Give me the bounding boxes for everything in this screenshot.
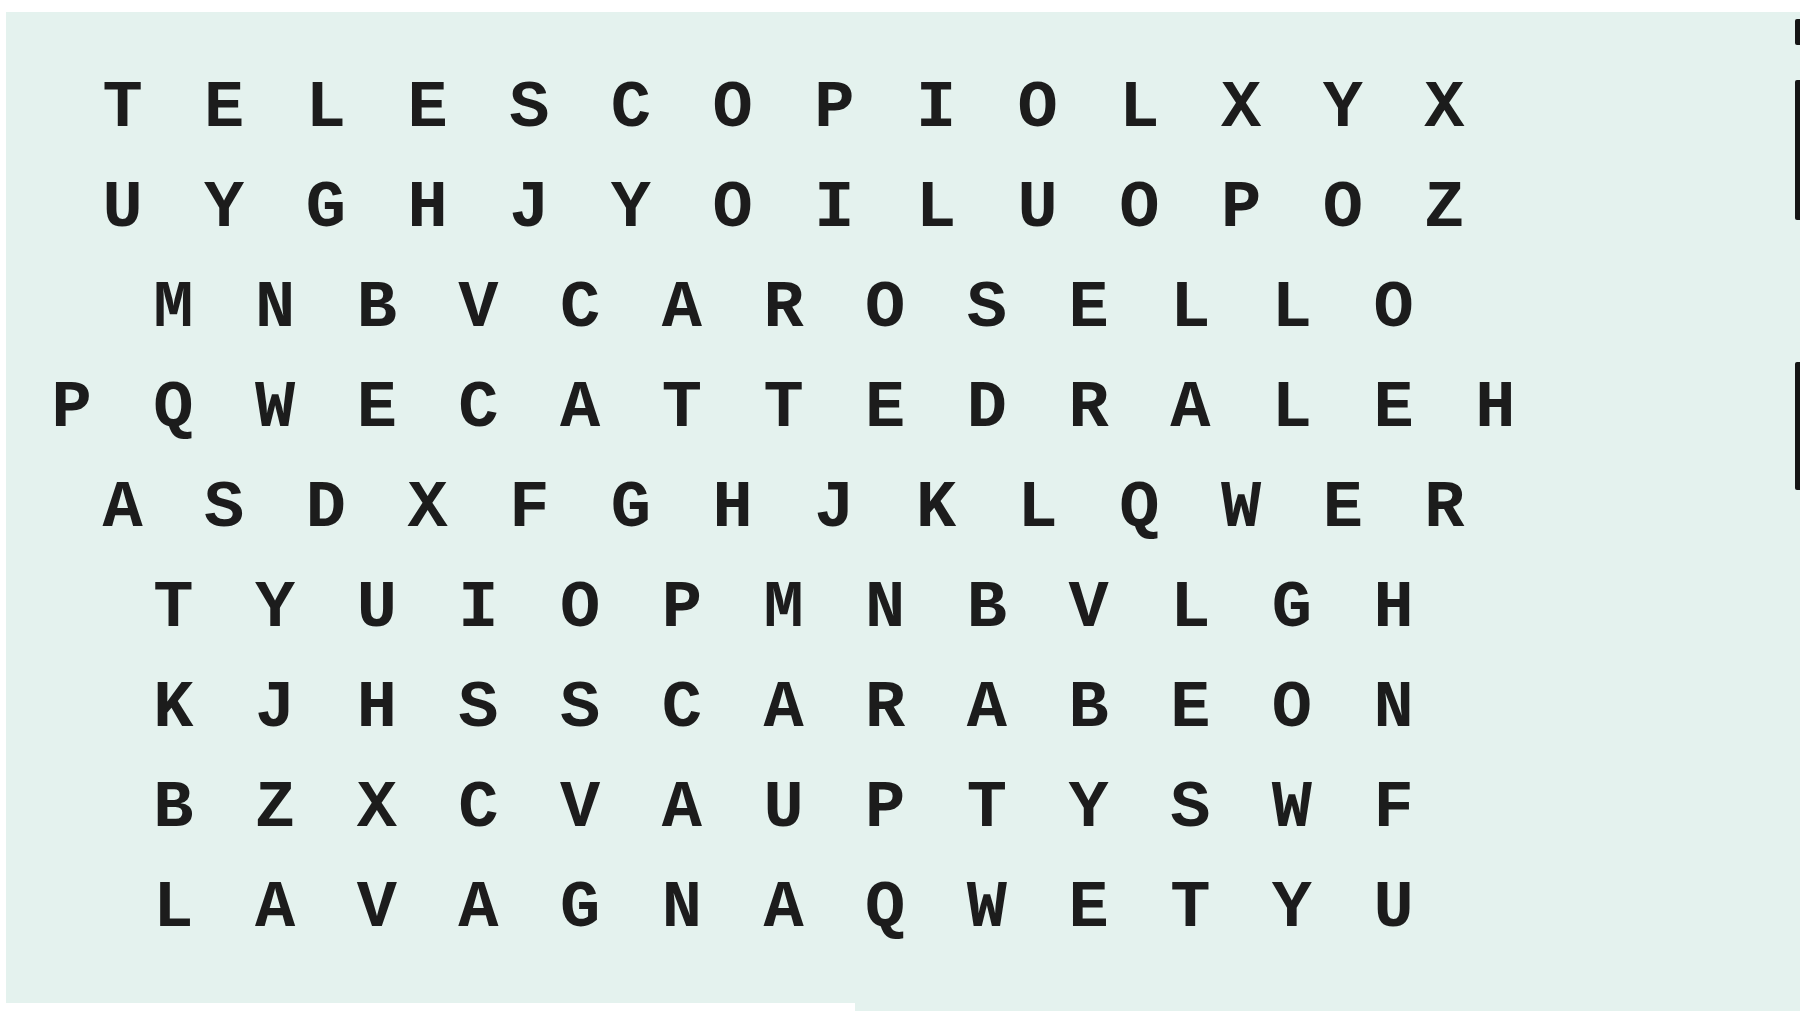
grid-cell[interactable]: V [326, 858, 428, 958]
grid-cell[interactable]: E [377, 58, 479, 158]
grid-cell[interactable]: O [682, 58, 784, 158]
grid-cell[interactable]: Y [173, 158, 275, 258]
grid-cell[interactable]: Y [224, 558, 326, 658]
grid-cell[interactable]: P [21, 358, 123, 458]
grid-cell[interactable]: E [1292, 458, 1394, 558]
grid-cell[interactable]: O [1292, 158, 1394, 258]
grid-row: BZXCVAUPTYSWF [6, 758, 1561, 858]
grid-cell[interactable]: X [1394, 58, 1496, 158]
grid-cell[interactable]: T [936, 758, 1038, 858]
grid-cell[interactable]: A [733, 858, 835, 958]
grid-cell[interactable]: A [631, 258, 733, 358]
grid-cell[interactable]: W [1241, 758, 1343, 858]
grid-cell[interactable]: Q [834, 858, 936, 958]
grid-cell[interactable]: Y [1292, 58, 1394, 158]
grid-cell[interactable]: X [1190, 58, 1292, 158]
grid-cell[interactable]: L [275, 58, 377, 158]
grid-cell[interactable]: M [123, 258, 225, 358]
grid-cell[interactable]: L [885, 158, 987, 258]
grid-row: TELESCOPIOLXYX [6, 58, 1561, 158]
grid-cell[interactable]: C [631, 658, 733, 758]
grid-cell[interactable]: A [529, 358, 631, 458]
grid-cell[interactable]: M [733, 558, 835, 658]
grid-cell[interactable]: N [834, 558, 936, 658]
grid-cell[interactable]: G [529, 858, 631, 958]
grid-cell[interactable]: T [123, 558, 225, 658]
grid-cell[interactable]: G [275, 158, 377, 258]
grid-cell[interactable]: G [580, 458, 682, 558]
grid-cell[interactable]: K [123, 658, 225, 758]
grid-cell[interactable]: P [834, 758, 936, 858]
grid-cell[interactable]: C [580, 58, 682, 158]
grid-cell[interactable]: O [529, 558, 631, 658]
grid-cell[interactable]: T [1139, 858, 1241, 958]
grid-cell[interactable]: N [1343, 658, 1445, 758]
grid-cell[interactable]: S [428, 658, 530, 758]
scrollbar-segment[interactable] [1795, 80, 1800, 220]
grid-cell[interactable]: S [936, 258, 1038, 358]
grid-cell[interactable]: L [1139, 258, 1241, 358]
grid-cell[interactable]: L [1241, 258, 1343, 358]
grid-cell[interactable]: H [1444, 358, 1546, 458]
grid-cell[interactable]: A [936, 658, 1038, 758]
grid-cell[interactable]: J [784, 458, 886, 558]
grid-cell[interactable]: E [173, 58, 275, 158]
grid-cell[interactable]: S [478, 58, 580, 158]
grid-row: KJHSSCARABEON [6, 658, 1561, 758]
grid-cell[interactable]: O [1343, 258, 1445, 358]
grid-cell[interactable]: Y [580, 158, 682, 258]
window-edge [0, 1003, 855, 1011]
grid-cell[interactable]: O [834, 258, 936, 358]
grid-cell[interactable]: R [1038, 358, 1140, 458]
scrollbar-segment[interactable] [1795, 362, 1800, 490]
grid-cell[interactable]: A [224, 858, 326, 958]
grid-cell[interactable]: N [224, 258, 326, 358]
grid-cell[interactable]: L [1241, 358, 1343, 458]
grid-cell[interactable]: B [936, 558, 1038, 658]
grid-cell[interactable]: H [682, 458, 784, 558]
grid-cell[interactable]: Z [224, 758, 326, 858]
grid-cell[interactable]: O [1089, 158, 1191, 258]
grid-cell[interactable]: J [224, 658, 326, 758]
grid-cell[interactable]: L [1139, 558, 1241, 658]
grid-row: MNBVCAROSELLO [6, 258, 1561, 358]
word-search-board: TELESCOPIOLXYXUYGHJYOILUOPOZMNBVCAROSELL… [6, 12, 1800, 1011]
grid-cell[interactable]: I [428, 558, 530, 658]
grid-cell[interactable]: W [1190, 458, 1292, 558]
grid-cell[interactable]: P [1190, 158, 1292, 258]
grid-cell[interactable]: S [1139, 758, 1241, 858]
grid-cell[interactable]: U [1343, 858, 1445, 958]
grid-cell[interactable]: X [377, 458, 479, 558]
grid-cell[interactable]: Y [1241, 858, 1343, 958]
grid-cell[interactable]: B [326, 258, 428, 358]
grid-cell[interactable]: P [784, 58, 886, 158]
grid-cell[interactable]: Q [1089, 458, 1191, 558]
grid-cell[interactable]: P [631, 558, 733, 658]
grid-cell[interactable]: U [326, 558, 428, 658]
grid-cell[interactable]: R [1394, 458, 1496, 558]
grid-cell[interactable]: Z [1394, 158, 1496, 258]
grid-cell[interactable]: E [326, 358, 428, 458]
grid-cell[interactable]: I [885, 58, 987, 158]
grid-cell[interactable]: N [631, 858, 733, 958]
grid-cell[interactable]: V [529, 758, 631, 858]
grid-cell[interactable]: F [478, 458, 580, 558]
grid-cell[interactable]: U [987, 158, 1089, 258]
grid-cell[interactable]: G [1241, 558, 1343, 658]
grid-cell[interactable]: I [784, 158, 886, 258]
grid-cell[interactable]: L [123, 858, 225, 958]
grid-cell[interactable]: O [987, 58, 1089, 158]
grid-cell[interactable]: H [1343, 558, 1445, 658]
grid-cell[interactable]: A [733, 658, 835, 758]
grid-cell[interactable]: S [529, 658, 631, 758]
grid-cell[interactable]: O [682, 158, 784, 258]
grid-row: UYGHJYOILUOPOZ [6, 158, 1561, 258]
grid-row: ASDXFGHJKLQWER [6, 458, 1561, 558]
grid-cell[interactable]: C [428, 758, 530, 858]
grid-cell[interactable]: Y [1038, 758, 1140, 858]
grid-cell[interactable]: V [1038, 558, 1140, 658]
grid-cell[interactable]: R [834, 658, 936, 758]
grid-cell[interactable]: T [631, 358, 733, 458]
grid-cell[interactable]: T [72, 58, 174, 158]
grid-cell[interactable]: L [987, 458, 1089, 558]
grid-cell[interactable]: T [733, 358, 835, 458]
grid-cell[interactable]: E [1038, 858, 1140, 958]
grid-cell[interactable]: C [529, 258, 631, 358]
grid-cell[interactable]: H [377, 158, 479, 258]
grid-cell[interactable]: A [428, 858, 530, 958]
grid-row: LAVAGNAQWETYU [6, 858, 1561, 958]
grid-cell[interactable]: H [326, 658, 428, 758]
grid-row: TYUIOPMNBVLGH [6, 558, 1561, 658]
scrollbar-segment[interactable] [1795, 19, 1800, 45]
grid-cell[interactable]: U [733, 758, 835, 858]
grid-cell[interactable]: R [733, 258, 835, 358]
grid-cell[interactable]: W [936, 858, 1038, 958]
grid-cell[interactable]: V [428, 258, 530, 358]
grid-cell[interactable]: J [478, 158, 580, 258]
word-search-grid: TELESCOPIOLXYXUYGHJYOILUOPOZMNBVCAROSELL… [6, 12, 1561, 958]
grid-cell[interactable]: D [275, 458, 377, 558]
grid-cell[interactable]: S [173, 458, 275, 558]
grid-cell[interactable]: C [428, 358, 530, 458]
grid-cell[interactable]: D [936, 358, 1038, 458]
page: TELESCOPIOLXYXUYGHJYOILUOPOZMNBVCAROSELL… [0, 0, 1800, 1011]
grid-cell[interactable]: U [72, 158, 174, 258]
grid-cell[interactable]: X [326, 758, 428, 858]
grid-cell[interactable]: A [1139, 358, 1241, 458]
grid-cell[interactable]: E [834, 358, 936, 458]
grid-row: PQWECATTEDRALEH [6, 358, 1561, 458]
grid-cell[interactable]: Q [123, 358, 225, 458]
grid-cell[interactable]: K [885, 458, 987, 558]
grid-cell[interactable]: B [1038, 658, 1140, 758]
grid-cell[interactable]: E [1343, 358, 1445, 458]
grid-cell[interactable]: A [72, 458, 174, 558]
grid-cell[interactable]: F [1343, 758, 1445, 858]
grid-cell[interactable]: L [1089, 58, 1191, 158]
grid-cell[interactable]: B [123, 758, 225, 858]
grid-cell[interactable]: E [1139, 658, 1241, 758]
grid-cell[interactable]: O [1241, 658, 1343, 758]
grid-cell[interactable]: W [224, 358, 326, 458]
grid-cell[interactable]: A [631, 758, 733, 858]
grid-cell[interactable]: E [1038, 258, 1140, 358]
